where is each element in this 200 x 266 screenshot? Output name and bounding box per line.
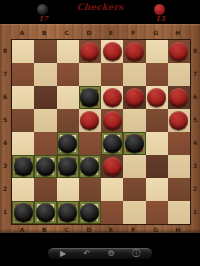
square-D7[interactable] <box>79 63 101 86</box>
square-F3[interactable] <box>123 155 145 178</box>
file-labels-bottom: ABCDEFGH <box>11 226 189 233</box>
black-piece[interactable] <box>58 157 77 176</box>
file-label-D: D <box>78 226 100 233</box>
black-piece[interactable] <box>58 203 77 222</box>
black-piece[interactable] <box>103 134 122 153</box>
square-F8[interactable] <box>123 40 145 63</box>
square-F5[interactable] <box>123 109 145 132</box>
square-H2[interactable] <box>168 178 190 201</box>
square-H3[interactable] <box>168 155 190 178</box>
square-C4[interactable] <box>57 132 79 155</box>
square-F2[interactable] <box>123 178 145 201</box>
square-B1[interactable] <box>34 201 56 224</box>
rank-label-4: 4 <box>190 131 200 154</box>
rank-label-4: 4 <box>0 131 10 154</box>
square-D8[interactable] <box>79 40 101 63</box>
square-A5[interactable] <box>12 109 34 132</box>
square-E4[interactable] <box>101 132 123 155</box>
square-G1[interactable] <box>146 201 168 224</box>
square-C3[interactable] <box>57 155 79 178</box>
black-piece[interactable] <box>14 203 33 222</box>
file-label-B: B <box>33 29 55 36</box>
rank-label-2: 2 <box>190 177 200 200</box>
play-icon[interactable]: ▶ <box>60 250 66 258</box>
square-G8[interactable] <box>146 40 168 63</box>
rank-label-7: 7 <box>190 62 200 85</box>
red-piece[interactable] <box>103 42 122 61</box>
black-piece[interactable] <box>36 203 55 222</box>
square-B5[interactable] <box>34 109 56 132</box>
rank-label-8: 8 <box>190 39 200 62</box>
square-E1[interactable] <box>101 201 123 224</box>
square-F6[interactable] <box>123 86 145 109</box>
square-E6[interactable] <box>101 86 123 109</box>
square-D5[interactable] <box>79 109 101 132</box>
file-label-B: B <box>33 226 55 233</box>
square-E2[interactable] <box>101 178 123 201</box>
square-H4[interactable] <box>168 132 190 155</box>
red-piece[interactable] <box>80 111 99 130</box>
red-piece[interactable] <box>125 42 144 61</box>
rank-label-8: 8 <box>0 39 10 62</box>
app-title: Checkers <box>60 2 140 12</box>
file-label-A: A <box>11 226 33 233</box>
rank-label-6: 6 <box>190 85 200 108</box>
square-B7[interactable] <box>34 63 56 86</box>
rank-label-5: 5 <box>0 108 10 131</box>
black-piece[interactable] <box>14 157 33 176</box>
toolbar: ▶ ↶ ⚙ ⓘ <box>47 247 153 260</box>
rank-label-2: 2 <box>0 177 10 200</box>
rank-label-3: 3 <box>0 154 10 177</box>
square-B4[interactable] <box>34 132 56 155</box>
red-piece[interactable] <box>103 157 122 176</box>
square-E8[interactable] <box>101 40 123 63</box>
red-piece[interactable] <box>169 42 188 61</box>
board-grid <box>11 39 191 225</box>
square-H1[interactable] <box>168 201 190 224</box>
red-piece[interactable] <box>103 88 122 107</box>
square-G2[interactable] <box>146 178 168 201</box>
square-H6[interactable] <box>168 86 190 109</box>
black-player-count: 17 <box>31 14 55 23</box>
square-C7[interactable] <box>57 63 79 86</box>
red-piece[interactable] <box>125 88 144 107</box>
file-labels-top: ABCDEFGH <box>11 29 189 36</box>
rank-label-7: 7 <box>0 62 10 85</box>
black-piece[interactable] <box>36 157 55 176</box>
red-piece[interactable] <box>103 111 122 130</box>
square-D1[interactable] <box>79 201 101 224</box>
square-H5[interactable] <box>168 109 190 132</box>
square-B3[interactable] <box>34 155 56 178</box>
square-H8[interactable] <box>168 40 190 63</box>
square-A1[interactable] <box>12 201 34 224</box>
file-label-H: H <box>167 29 189 36</box>
gear-icon[interactable]: ⚙ <box>107 250 114 258</box>
file-label-F: F <box>122 226 144 233</box>
rank-label-6: 6 <box>0 85 10 108</box>
file-label-E: E <box>100 29 122 36</box>
black-piece[interactable] <box>80 88 99 107</box>
square-G3[interactable] <box>146 155 168 178</box>
file-label-E: E <box>100 226 122 233</box>
square-B8[interactable] <box>34 40 56 63</box>
square-C5[interactable] <box>57 109 79 132</box>
square-F4[interactable] <box>123 132 145 155</box>
square-G4[interactable] <box>146 132 168 155</box>
square-D6[interactable] <box>79 86 101 109</box>
file-label-C: C <box>56 226 78 233</box>
undo-icon[interactable]: ↶ <box>83 250 90 258</box>
red-piece[interactable] <box>147 88 166 107</box>
square-E3[interactable] <box>101 155 123 178</box>
square-B2[interactable] <box>34 178 56 201</box>
square-F7[interactable] <box>123 63 145 86</box>
file-label-D: D <box>78 29 100 36</box>
square-A4[interactable] <box>12 132 34 155</box>
square-A8[interactable] <box>12 40 34 63</box>
square-C1[interactable] <box>57 201 79 224</box>
file-label-G: G <box>145 29 167 36</box>
red-player-count: 13 <box>148 14 172 23</box>
square-G5[interactable] <box>146 109 168 132</box>
red-piece[interactable] <box>169 111 188 130</box>
rank-label-1: 1 <box>0 200 10 223</box>
square-H7[interactable] <box>168 63 190 86</box>
square-C6[interactable] <box>57 86 79 109</box>
rank-labels-left: 87654321 <box>0 39 10 223</box>
square-E7[interactable] <box>101 63 123 86</box>
square-A3[interactable] <box>12 155 34 178</box>
square-G6[interactable] <box>146 86 168 109</box>
red-piece[interactable] <box>169 88 188 107</box>
square-A7[interactable] <box>12 63 34 86</box>
black-piece[interactable] <box>125 134 144 153</box>
file-label-G: G <box>145 226 167 233</box>
board-frame: ABCDEFGH 87654321 87654321 ABCDEFGH <box>0 24 200 233</box>
file-label-H: H <box>167 226 189 233</box>
square-G7[interactable] <box>146 63 168 86</box>
black-piece[interactable] <box>80 203 99 222</box>
square-E5[interactable] <box>101 109 123 132</box>
black-piece[interactable] <box>80 157 99 176</box>
info-icon[interactable]: ⓘ <box>132 250 140 258</box>
square-B6[interactable] <box>34 86 56 109</box>
file-label-C: C <box>56 29 78 36</box>
square-A2[interactable] <box>12 178 34 201</box>
file-label-A: A <box>11 29 33 36</box>
checkers-app: 17 Checkers 13 ABCDEFGH 87654321 8765432… <box>0 0 200 266</box>
square-C2[interactable] <box>57 178 79 201</box>
rank-label-3: 3 <box>190 154 200 177</box>
file-label-F: F <box>122 29 144 36</box>
square-C8[interactable] <box>57 40 79 63</box>
black-piece[interactable] <box>58 134 77 153</box>
square-F1[interactable] <box>123 201 145 224</box>
square-D2[interactable] <box>79 178 101 201</box>
square-D3[interactable] <box>79 155 101 178</box>
rank-label-5: 5 <box>190 108 200 131</box>
red-piece[interactable] <box>80 42 99 61</box>
square-D4[interactable] <box>79 132 101 155</box>
rank-label-1: 1 <box>190 200 200 223</box>
square-A6[interactable] <box>12 86 34 109</box>
rank-labels-right: 87654321 <box>190 39 200 223</box>
